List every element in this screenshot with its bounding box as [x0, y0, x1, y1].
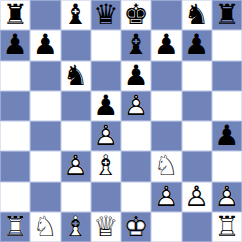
square-d3[interactable]: ♝♗	[91, 151, 121, 181]
square-c3[interactable]: ♟♙	[61, 151, 91, 181]
white-pawn-icon: ♟♙	[61, 151, 91, 181]
square-g6[interactable]	[182, 61, 212, 91]
square-f3[interactable]: ♞♘	[151, 151, 181, 181]
square-b7[interactable]: ♟	[30, 30, 60, 60]
square-b4[interactable]	[30, 121, 60, 151]
square-d8[interactable]: ♛	[91, 0, 121, 30]
square-e3[interactable]	[121, 151, 151, 181]
square-a1[interactable]: ♜♖	[0, 212, 30, 242]
white-knight-icon: ♞♘	[151, 151, 181, 181]
square-h1[interactable]: ♜♖	[212, 212, 242, 242]
black-pawn-icon: ♟	[121, 61, 151, 91]
square-b8[interactable]	[30, 0, 60, 30]
square-f7[interactable]: ♟	[151, 30, 181, 60]
square-d7[interactable]	[91, 30, 121, 60]
square-c8[interactable]: ♝	[61, 0, 91, 30]
square-h2[interactable]: ♟♙	[212, 182, 242, 212]
black-pawn-icon: ♟	[30, 30, 60, 60]
square-f1[interactable]	[151, 212, 181, 242]
white-rook-icon: ♜♖	[212, 212, 242, 242]
chess-board-container: ♜♝♛♚♞♜♟♟♝♟♟♞♟♟♟♙♟♙♟♟♙♝♗♞♘♟♙♟♙♟♙♜♖♞♘♝♗♛♕♚…	[0, 0, 242, 242]
black-bishop-icon: ♝	[121, 30, 151, 60]
black-knight-icon: ♞	[61, 61, 91, 91]
square-c5[interactable]	[61, 91, 91, 121]
square-b5[interactable]	[30, 91, 60, 121]
black-rook-icon: ♜	[212, 0, 242, 30]
square-e7[interactable]: ♝	[121, 30, 151, 60]
black-knight-icon: ♞	[182, 0, 212, 30]
white-pawn-icon: ♟♙	[91, 121, 121, 151]
square-h3[interactable]	[212, 151, 242, 181]
black-queen-icon: ♛	[91, 0, 121, 30]
black-pawn-icon: ♟	[212, 121, 242, 151]
square-g4[interactable]	[182, 121, 212, 151]
white-bishop-icon: ♝♗	[91, 151, 121, 181]
square-e4[interactable]	[121, 121, 151, 151]
square-a5[interactable]	[0, 91, 30, 121]
white-knight-icon: ♞♘	[30, 212, 60, 242]
white-rook-icon: ♜♖	[0, 212, 30, 242]
square-b6[interactable]	[30, 61, 60, 91]
square-a6[interactable]	[0, 61, 30, 91]
chess-board: ♜♝♛♚♞♜♟♟♝♟♟♞♟♟♟♙♟♙♟♟♙♝♗♞♘♟♙♟♙♟♙♜♖♞♘♝♗♛♕♚…	[0, 0, 242, 242]
black-rook-icon: ♜	[0, 0, 30, 30]
square-a4[interactable]	[0, 121, 30, 151]
square-g2[interactable]: ♟♙	[182, 182, 212, 212]
white-queen-icon: ♛♕	[91, 212, 121, 242]
square-e2[interactable]	[121, 182, 151, 212]
black-pawn-icon: ♟	[151, 30, 181, 60]
square-d2[interactable]	[91, 182, 121, 212]
square-e1[interactable]: ♚♔	[121, 212, 151, 242]
square-g8[interactable]: ♞	[182, 0, 212, 30]
square-d6[interactable]	[91, 61, 121, 91]
white-pawn-icon: ♟♙	[182, 182, 212, 212]
square-f4[interactable]	[151, 121, 181, 151]
square-c7[interactable]	[61, 30, 91, 60]
square-a2[interactable]	[0, 182, 30, 212]
square-b3[interactable]	[30, 151, 60, 181]
square-f2[interactable]: ♟♙	[151, 182, 181, 212]
square-d4[interactable]: ♟♙	[91, 121, 121, 151]
white-pawn-icon: ♟♙	[212, 182, 242, 212]
square-b1[interactable]: ♞♘	[30, 212, 60, 242]
square-a8[interactable]: ♜	[0, 0, 30, 30]
square-c1[interactable]: ♝♗	[61, 212, 91, 242]
white-pawn-icon: ♟♙	[121, 91, 151, 121]
square-d1[interactable]: ♛♕	[91, 212, 121, 242]
square-e8[interactable]: ♚	[121, 0, 151, 30]
square-g7[interactable]: ♟	[182, 30, 212, 60]
black-bishop-icon: ♝	[61, 0, 91, 30]
square-c4[interactable]	[61, 121, 91, 151]
square-h7[interactable]	[212, 30, 242, 60]
square-g5[interactable]	[182, 91, 212, 121]
square-d5[interactable]: ♟	[91, 91, 121, 121]
square-c2[interactable]	[61, 182, 91, 212]
black-pawn-icon: ♟	[182, 30, 212, 60]
square-e6[interactable]: ♟	[121, 61, 151, 91]
square-c6[interactable]: ♞	[61, 61, 91, 91]
white-king-icon: ♚♔	[121, 212, 151, 242]
square-h6[interactable]	[212, 61, 242, 91]
black-pawn-icon: ♟	[91, 91, 121, 121]
square-h8[interactable]: ♜	[212, 0, 242, 30]
square-e5[interactable]: ♟♙	[121, 91, 151, 121]
square-b2[interactable]	[30, 182, 60, 212]
square-a7[interactable]: ♟	[0, 30, 30, 60]
black-king-icon: ♚	[121, 0, 151, 30]
square-f5[interactable]	[151, 91, 181, 121]
black-pawn-icon: ♟	[0, 30, 30, 60]
square-h4[interactable]: ♟	[212, 121, 242, 151]
square-g1[interactable]	[182, 212, 212, 242]
white-bishop-icon: ♝♗	[61, 212, 91, 242]
square-g3[interactable]	[182, 151, 212, 181]
square-f6[interactable]	[151, 61, 181, 91]
square-a3[interactable]	[0, 151, 30, 181]
square-f8[interactable]	[151, 0, 181, 30]
square-h5[interactable]	[212, 91, 242, 121]
white-pawn-icon: ♟♙	[151, 182, 181, 212]
